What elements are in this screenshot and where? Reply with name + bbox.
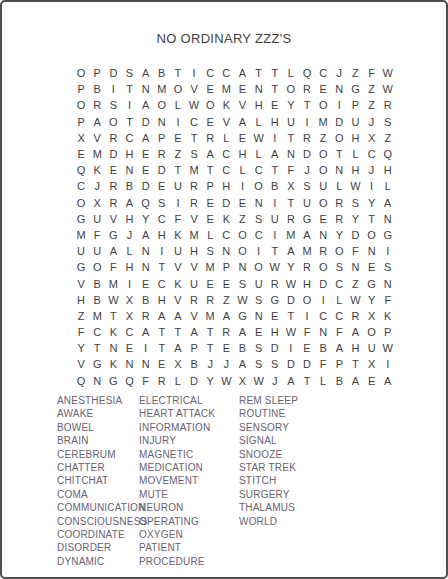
grid-cell-r14c9: E (202, 275, 218, 291)
word-list-item: WORLD (239, 515, 298, 528)
grid-cell-r17c17: F (331, 324, 347, 340)
grid-cell-r19c8: B (186, 356, 202, 372)
grid-cell-r18c15: E (299, 340, 315, 356)
grid-cell-r2c12: N (251, 81, 267, 97)
grid-cell-r9c4: A (121, 195, 137, 211)
grid-cell-r3c18: P (347, 97, 363, 113)
grid-cell-r13c6: T (154, 259, 170, 275)
word-list-item: MEDICATION (139, 461, 239, 474)
grid-cell-r13c3: F (105, 259, 121, 275)
grid-cell-r1c11: A (234, 65, 250, 81)
grid-cell-r3c13: E (267, 97, 283, 113)
grid-cell-r7c12: C (251, 162, 267, 178)
grid-cell-r20c4: Q (121, 373, 137, 389)
grid-cell-r8c12: O (251, 178, 267, 194)
word-list-column-1: ANESTHESIAAWAKEBOWELBRAINCEREBRUMCHATTER… (57, 394, 139, 568)
grid-cell-r5c4: C (121, 130, 137, 146)
grid-cell-r11c7: K (170, 227, 186, 243)
grid-cell-r18c12: S (251, 340, 267, 356)
grid-cell-r18c2: T (89, 340, 105, 356)
grid-cell-r12c18: F (347, 243, 363, 259)
grid-cell-r9c8: R (186, 195, 202, 211)
grid-cell-r5c2: V (89, 130, 105, 146)
grid-cell-r7c14: F (283, 162, 299, 178)
word-list-item: ROUTINE (239, 407, 298, 420)
grid-cell-r16c4: X (121, 308, 137, 324)
grid-cell-r9c14: T (283, 195, 299, 211)
word-list-item: CHATTER (57, 461, 139, 474)
grid-cell-r1c16: C (315, 65, 331, 81)
grid-cell-r14c7: K (170, 275, 186, 291)
grid-cell-r10c8: V (186, 211, 202, 227)
grid-cell-r11c10: C (218, 227, 234, 243)
word-list-item: COORDINATE (57, 528, 139, 541)
grid-cell-r2c6: M (154, 81, 170, 97)
grid-cell-r6c4: H (121, 146, 137, 162)
grid-cell-r7c20: H (380, 162, 396, 178)
grid-cell-r13c19: E (364, 259, 380, 275)
grid-cell-r3c10: K (218, 97, 234, 113)
grid-cell-r14c18: Z (347, 275, 363, 291)
grid-cell-r10c13: U (267, 211, 283, 227)
grid-cell-r5c15: R (299, 130, 315, 146)
word-list-item: OXYGEN (139, 528, 239, 541)
grid-cell-r19c13: S (267, 356, 283, 372)
grid-cell-r10c4: H (121, 211, 137, 227)
grid-cell-r18c19: U (364, 340, 380, 356)
grid-cell-r20c14: A (283, 373, 299, 389)
grid-cell-r4c14: U (283, 114, 299, 130)
grid-cell-r3c17: I (331, 97, 347, 113)
grid-cell-r18c1: Y (73, 340, 89, 356)
grid-cell-r6c15: D (299, 146, 315, 162)
grid-cell-r15c18: W (347, 292, 363, 308)
grid-cell-r4c15: I (299, 114, 315, 130)
grid-cell-r15c4: X (121, 292, 137, 308)
grid-cell-r2c15: R (299, 81, 315, 97)
grid-cell-r10c1: G (73, 211, 89, 227)
grid-cell-r4c2: A (89, 114, 105, 130)
grid-cell-r5c17: O (331, 130, 347, 146)
word-list-item: INJURY (139, 434, 239, 447)
grid-cell-r8c19: I (364, 178, 380, 194)
grid-cell-r5c13: I (267, 130, 283, 146)
grid-cell-r1c20: W (380, 65, 396, 81)
grid-cell-r1c3: D (105, 65, 121, 81)
grid-cell-r14c2: B (89, 275, 105, 291)
grid-cell-r7c5: E (138, 162, 154, 178)
grid-cell-r11c8: M (186, 227, 202, 243)
grid-cell-r16c11: G (234, 308, 250, 324)
grid-cell-r9c20: A (380, 195, 396, 211)
grid-cell-r8c5: D (138, 178, 154, 194)
grid-cell-r5c1: X (73, 130, 89, 146)
grid-cell-r3c12: H (251, 97, 267, 113)
grid-cell-r10c18: Y (347, 211, 363, 227)
grid-cell-r16c13: E (267, 308, 283, 324)
grid-cell-r18c6: T (154, 340, 170, 356)
grid-cell-r14c4: I (121, 275, 137, 291)
grid-cell-r9c11: E (234, 195, 250, 211)
grid-cell-r12c14: A (283, 243, 299, 259)
grid-cell-r6c20: Q (380, 146, 396, 162)
grid-cell-r15c8: R (186, 292, 202, 308)
grid-cell-r7c1: Q (73, 162, 89, 178)
grid-cell-r14c6: C (154, 275, 170, 291)
grid-cell-r8c11: I (234, 178, 250, 194)
grid-cell-r5c6: P (154, 130, 170, 146)
grid-cell-r11c18: D (347, 227, 363, 243)
grid-cell-r15c9: R (202, 292, 218, 308)
grid-cell-r11c19: O (364, 227, 380, 243)
grid-cell-r17c11: A (234, 324, 250, 340)
grid-cell-r5c14: T (283, 130, 299, 146)
word-list-item: INFORMATION (139, 421, 239, 434)
grid-cell-r16c20: K (380, 308, 396, 324)
grid-cell-r2c19: Z (364, 81, 380, 97)
grid-cell-r3c19: Z (364, 97, 380, 113)
grid-cell-r15c12: S (251, 292, 267, 308)
grid-cell-r19c14: D (283, 356, 299, 372)
grid-cell-r4c9: E (202, 114, 218, 130)
grid-cell-r15c1: H (73, 292, 89, 308)
grid-cell-r20c19: E (364, 373, 380, 389)
grid-cell-r18c3: N (105, 340, 121, 356)
grid-cell-r5c16: Z (315, 130, 331, 146)
word-list-item: HEART ATTACK (139, 407, 239, 420)
grid-cell-r15c17: L (331, 292, 347, 308)
grid-cell-r3c16: O (315, 97, 331, 113)
grid-cell-r6c9: A (202, 146, 218, 162)
grid-cell-r2c3: I (105, 81, 121, 97)
grid-cell-r13c4: H (121, 259, 137, 275)
grid-cell-r15c16: I (315, 292, 331, 308)
grid-cell-r5c12: W (251, 130, 267, 146)
grid-cell-r9c5: Q (138, 195, 154, 211)
grid-cell-r1c8: I (186, 65, 202, 81)
grid-cell-r17c10: R (218, 324, 234, 340)
grid-cell-r12c15: M (299, 243, 315, 259)
grid-cell-r8c20: L (380, 178, 396, 194)
word-list-item: BOWEL (57, 421, 139, 434)
grid-cell-r18c14: I (283, 340, 299, 356)
grid-cell-r20c20: A (380, 373, 396, 389)
grid-cell-r11c20: G (380, 227, 396, 243)
grid-cell-r1c1: O (73, 65, 89, 81)
grid-cell-r15c5: B (138, 292, 154, 308)
grid-cell-r4c10: V (218, 114, 234, 130)
grid-cell-r17c5: A (138, 324, 154, 340)
grid-cell-r10c11: Z (234, 211, 250, 227)
word-list-item: COMA (57, 488, 139, 501)
grid-cell-r14c11: S (234, 275, 250, 291)
grid-cell-r12c10: N (218, 243, 234, 259)
grid-cell-r13c11: N (234, 259, 250, 275)
grid-cell-r12c17: O (331, 243, 347, 259)
grid-cell-r12c5: N (138, 243, 154, 259)
grid-cell-r8c3: R (105, 178, 121, 194)
grid-cell-r11c14: M (283, 227, 299, 243)
grid-cell-r7c19: J (364, 162, 380, 178)
grid-cell-r12c11: O (234, 243, 250, 259)
grid-cell-r7c4: N (121, 162, 137, 178)
grid-cell-r1c18: Z (347, 65, 363, 81)
grid-cell-r11c9: L (202, 227, 218, 243)
word-list-item: SIGNAL (239, 434, 298, 447)
grid-cell-r19c10: J (218, 356, 234, 372)
grid-cell-r17c4: C (121, 324, 137, 340)
grid-cell-r13c12: O (251, 259, 267, 275)
grid-cell-r9c6: S (154, 195, 170, 211)
grid-cell-r13c20: S (380, 259, 396, 275)
grid-cell-r8c15: S (299, 178, 315, 194)
grid-cell-r2c8: V (186, 81, 202, 97)
grid-cell-r10c19: T (364, 211, 380, 227)
grid-cell-r11c11: O (234, 227, 250, 243)
grid-cell-r12c13: T (267, 243, 283, 259)
grid-cell-r2c17: N (331, 81, 347, 97)
grid-cell-r4c3: O (105, 114, 121, 130)
grid-cell-r10c14: R (283, 211, 299, 227)
grid-cell-r7c11: L (234, 162, 250, 178)
grid-cell-r19c9: J (202, 356, 218, 372)
grid-cell-r14c12: U (251, 275, 267, 291)
grid-cell-r1c14: L (283, 65, 299, 81)
grid-cell-r11c16: N (315, 227, 331, 243)
grid-cell-r2c7: O (170, 81, 186, 97)
grid-cell-r8c18: W (347, 178, 363, 194)
grid-cell-r11c5: A (138, 227, 154, 243)
grid-cell-r18c17: A (331, 340, 347, 356)
grid-cell-r20c10: W (218, 373, 234, 389)
grid-cell-r19c4: N (121, 356, 137, 372)
grid-cell-r9c2: X (89, 195, 105, 211)
grid-cell-r13c2: O (89, 259, 105, 275)
grid-cell-r6c7: Z (170, 146, 186, 162)
grid-cell-r20c7: L (170, 373, 186, 389)
grid-cell-r6c19: C (364, 146, 380, 162)
grid-cell-r4c20: S (380, 114, 396, 130)
grid-cell-r5c11: E (234, 130, 250, 146)
grid-cell-r1c4: S (121, 65, 137, 81)
grid-cell-r13c10: P (218, 259, 234, 275)
grid-cell-r9c15: U (299, 195, 315, 211)
grid-cell-r14c1: V (73, 275, 89, 291)
grid-cell-r19c15: D (299, 356, 315, 372)
grid-cell-r20c13: J (267, 373, 283, 389)
puzzle-page: NO ORDINARY ZZZ'S OPDSABTICCATTLQCJZFWPB… (0, 0, 448, 579)
grid-cell-r4c17: D (331, 114, 347, 130)
grid-cell-r19c20: I (380, 356, 396, 372)
grid-cell-r11c12: C (251, 227, 267, 243)
grid-cell-r1c15: Q (299, 65, 315, 81)
grid-cell-r20c1: Q (73, 373, 89, 389)
grid-cell-r3c3: S (105, 97, 121, 113)
grid-cell-r1c12: T (251, 65, 267, 81)
grid-cell-r11c13: I (267, 227, 283, 243)
grid-cell-r10c12: S (251, 211, 267, 227)
grid-cell-r15c15: O (299, 292, 315, 308)
grid-cell-r18c13: D (267, 340, 283, 356)
grid-cell-r15c20: F (380, 292, 396, 308)
grid-cell-r20c8: D (186, 373, 202, 389)
grid-cell-r20c12: W (251, 373, 267, 389)
grid-cell-r14c16: D (315, 275, 331, 291)
grid-cell-r10c3: V (105, 211, 121, 227)
grid-cell-r15c11: W (234, 292, 250, 308)
grid-cell-r20c6: R (154, 373, 170, 389)
word-list-item: MAGNETIC (139, 448, 239, 461)
word-list-item: AWAKE (57, 407, 139, 420)
grid-cell-r12c19: N (364, 243, 380, 259)
grid-cell-r17c1: F (73, 324, 89, 340)
grid-cell-r7c18: H (347, 162, 363, 178)
grid-cell-r12c12: I (251, 243, 267, 259)
grid-cell-r2c10: M (218, 81, 234, 97)
grid-cell-r10c2: U (89, 211, 105, 227)
word-list-item: SENSORY (239, 421, 298, 434)
grid-cell-r14c15: H (299, 275, 315, 291)
grid-cell-r9c13: I (267, 195, 283, 211)
grid-cell-r14c3: M (105, 275, 121, 291)
grid-cell-r9c1: O (73, 195, 89, 211)
word-list-item: MOVEMENT (139, 474, 239, 487)
grid-cell-r16c5: R (138, 308, 154, 324)
grid-cell-r7c13: T (267, 162, 283, 178)
word-list-item: CHITCHAT (57, 474, 139, 487)
grid-cell-r16c14: T (283, 308, 299, 324)
grid-cell-r4c12: L (251, 114, 267, 130)
grid-cell-r13c17: S (331, 259, 347, 275)
grid-cell-r6c11: H (234, 146, 250, 162)
word-list-item: STAR TREK (239, 461, 298, 474)
grid-cell-r16c6: A (154, 308, 170, 324)
grid-cell-r3c4: I (121, 97, 137, 113)
grid-cell-r5c5: A (138, 130, 154, 146)
grid-cell-r8c1: C (73, 178, 89, 194)
grid-cell-r1c7: T (170, 65, 186, 81)
grid-cell-r2c2: B (89, 81, 105, 97)
grid-cell-r10c16: E (315, 211, 331, 227)
grid-cell-r16c18: R (347, 308, 363, 324)
grid-cell-r19c1: V (73, 356, 89, 372)
grid-cell-r4c13: H (267, 114, 283, 130)
grid-cell-r17c15: F (299, 324, 315, 340)
grid-cell-r12c7: U (170, 243, 186, 259)
grid-cell-r13c7: V (170, 259, 186, 275)
word-list-item: SNOOZE (239, 448, 298, 461)
grid-cell-r20c2: N (89, 373, 105, 389)
grid-cell-r13c16: O (315, 259, 331, 275)
grid-cell-r8c14: X (283, 178, 299, 194)
grid-cell-r18c8: P (186, 340, 202, 356)
word-list-item: OPERATING (139, 515, 239, 528)
grid-cell-r4c1: P (73, 114, 89, 130)
grid-cell-r16c19: X (364, 308, 380, 324)
grid-cell-r17c14: W (283, 324, 299, 340)
grid-cell-r6c17: T (331, 146, 347, 162)
word-list-item: CEREBRUM (57, 448, 139, 461)
grid-cell-r10c5: Y (138, 211, 154, 227)
grid-cell-r10c20: N (380, 211, 396, 227)
grid-cell-r8c13: B (267, 178, 283, 194)
grid-cell-r6c1: E (73, 146, 89, 162)
grid-cell-r10c7: F (170, 211, 186, 227)
grid-cell-r19c2: G (89, 356, 105, 372)
grid-cell-r12c3: A (105, 243, 121, 259)
grid-cell-r16c2: M (89, 308, 105, 324)
grid-cell-r20c15: T (299, 373, 315, 389)
grid-cell-r6c2: M (89, 146, 105, 162)
grid-cell-r18c18: H (347, 340, 363, 356)
grid-cell-r5c10: L (218, 130, 234, 146)
grid-cell-r19c3: K (105, 356, 121, 372)
grid-cell-r8c2: J (89, 178, 105, 194)
grid-cell-r9c10: D (218, 195, 234, 211)
grid-cell-r17c19: O (364, 324, 380, 340)
grid-cell-r1c17: J (331, 65, 347, 81)
grid-cell-r6c13: A (267, 146, 283, 162)
grid-cell-r12c1: U (73, 243, 89, 259)
grid-cell-r18c20: W (380, 340, 396, 356)
grid-cell-r1c2: P (89, 65, 105, 81)
grid-cell-r16c10: A (218, 308, 234, 324)
grid-cell-r2c4: T (121, 81, 137, 97)
grid-cell-r4c16: M (315, 114, 331, 130)
grid-cell-r20c17: B (331, 373, 347, 389)
grid-cell-r15c6: H (154, 292, 170, 308)
grid-cell-r12c9: S (202, 243, 218, 259)
grid-cell-r16c9: M (202, 308, 218, 324)
grid-cell-r14c5: E (138, 275, 154, 291)
grid-cell-r17c3: K (105, 324, 121, 340)
word-list-item: PROCEDURE (139, 555, 239, 568)
grid-cell-r19c19: X (364, 356, 380, 372)
grid-cell-r8c4: B (121, 178, 137, 194)
grid-cell-r15c3: W (105, 292, 121, 308)
grid-cell-r1c5: A (138, 65, 154, 81)
grid-cell-r11c4: J (121, 227, 137, 243)
grid-cell-r3c14: Y (283, 97, 299, 113)
grid-cell-r12c16: R (315, 243, 331, 259)
grid-cell-r1c6: B (154, 65, 170, 81)
grid-cell-r3c15: T (299, 97, 315, 113)
word-list-column-2: ELECTRICALHEART ATTACKINFORMATIONINJURYM… (139, 394, 239, 568)
grid-cell-r18c4: E (121, 340, 137, 356)
grid-cell-r13c14: Y (283, 259, 299, 275)
grid-cell-r13c1: G (73, 259, 89, 275)
grid-cell-r7c2: K (89, 162, 105, 178)
grid-cell-r5c18: H (347, 130, 363, 146)
grid-cell-r12c4: L (121, 243, 137, 259)
grid-cell-r10c6: C (154, 211, 170, 227)
grid-cell-r2c9: E (202, 81, 218, 97)
grid-cell-r12c20: I (380, 243, 396, 259)
word-list-item: MUTE (139, 488, 239, 501)
word-list-item: COMMUNICATION (57, 501, 139, 514)
grid-cell-r8c17: L (331, 178, 347, 194)
grid-cell-r12c6: I (154, 243, 170, 259)
grid-cell-r17c8: A (186, 324, 202, 340)
grid-cell-r19c12: S (251, 356, 267, 372)
grid-cell-r3c8: W (186, 97, 202, 113)
grid-cell-r1c10: C (218, 65, 234, 81)
grid-cell-r8c10: H (218, 178, 234, 194)
puzzle-title: NO ORDINARY ZZZ'S (2, 31, 446, 46)
grid-cell-r7c8: M (186, 162, 202, 178)
grid-cell-r6c12: L (251, 146, 267, 162)
grid-cell-r18c9: T (202, 340, 218, 356)
